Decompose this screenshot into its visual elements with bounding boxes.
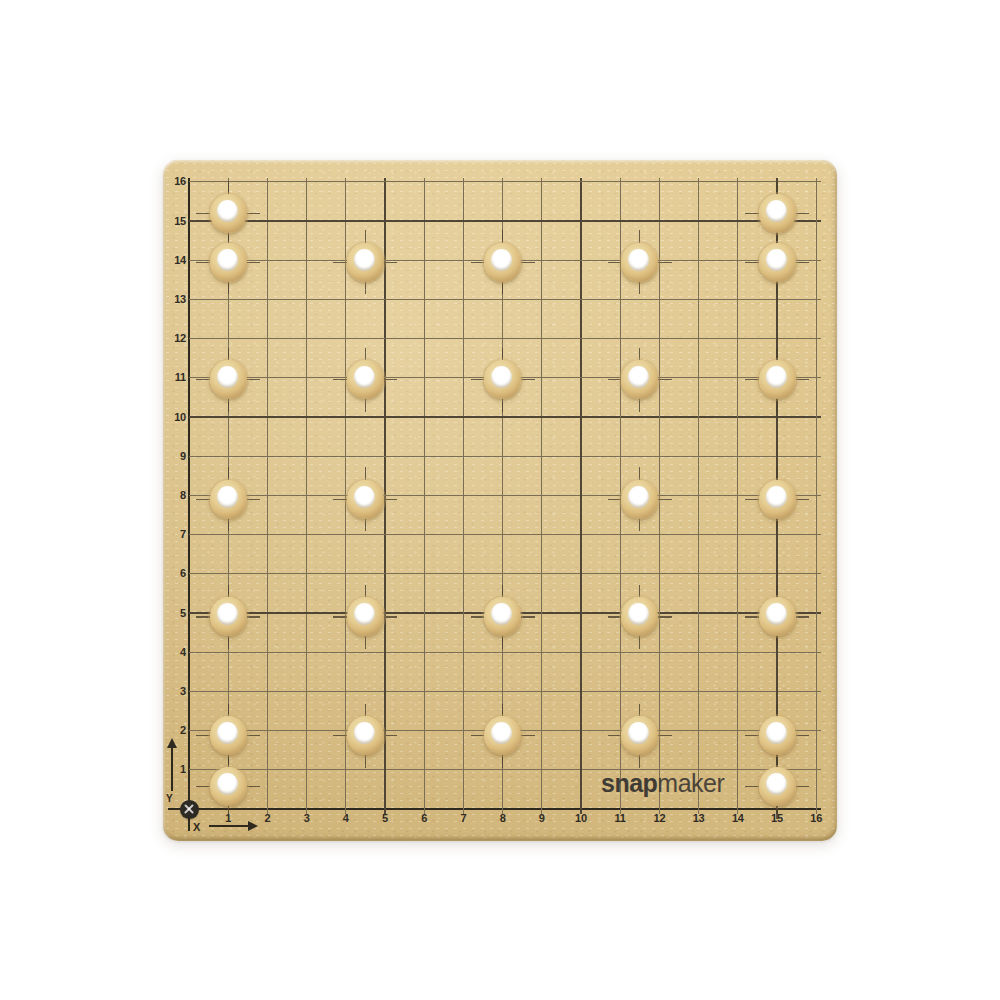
- mounting-hole-bore: [766, 722, 787, 744]
- mounting-hole-bore: [766, 249, 787, 271]
- mounting-hole-4: [347, 243, 384, 282]
- mounting-hole-20: [621, 597, 658, 636]
- mounting-hole-bore: [628, 486, 649, 508]
- mounting-hole-10: [484, 360, 521, 399]
- product-photo: 1234567891011121314151612345678910111213…: [0, 0, 1000, 1000]
- mounting-hole-26: [759, 716, 796, 755]
- mounting-hole-23: [347, 716, 384, 755]
- mounting-hole-bore: [766, 200, 787, 222]
- origin-marker-icon: [180, 800, 199, 819]
- mounting-hole-bore: [766, 486, 787, 508]
- mounting-hole-15: [621, 480, 658, 519]
- mounting-hole-bore: [354, 249, 375, 271]
- mounting-hole-27: [210, 767, 247, 806]
- mounting-hole-1: [210, 194, 247, 233]
- mounting-hole-bore: [217, 366, 238, 388]
- mounting-hole-11: [621, 360, 658, 399]
- mounting-hole-bore: [354, 722, 375, 744]
- y-axis-arrowhead-icon: [167, 738, 177, 748]
- mounting-hole-6: [621, 243, 658, 282]
- mounting-hole-bore: [491, 603, 512, 625]
- mounting-hole-16: [759, 480, 796, 519]
- y-axis-arrow-shaft: [171, 747, 173, 791]
- mounting-hole-17: [210, 597, 247, 636]
- mounting-hole-2: [759, 194, 796, 233]
- logo-bold-part: snap: [601, 769, 657, 797]
- mounting-hole-bore: [628, 722, 649, 744]
- mounting-hole-13: [210, 480, 247, 519]
- mounting-hole-8: [210, 360, 247, 399]
- x-axis-arrow-shaft: [209, 825, 249, 827]
- mounting-hole-25: [621, 716, 658, 755]
- mounting-hole-24: [484, 716, 521, 755]
- mounting-hole-bore: [628, 603, 649, 625]
- logo-light-part: maker: [657, 769, 724, 797]
- y-axis-letter: Y: [166, 793, 173, 804]
- mounting-hole-bore: [217, 603, 238, 625]
- mounting-hole-bore: [217, 773, 238, 795]
- mounting-hole-3: [210, 243, 247, 282]
- mounting-hole-bore: [217, 722, 238, 744]
- mounting-hole-bore: [491, 722, 512, 744]
- mounting-hole-9: [347, 360, 384, 399]
- mounting-hole-18: [347, 597, 384, 636]
- mounting-hole-bore: [217, 486, 238, 508]
- x-axis-arrowhead-icon: [248, 821, 258, 831]
- snapmaker-logo: snapmaker: [601, 770, 811, 797]
- mounting-hole-bore: [491, 249, 512, 271]
- mounting-hole-14: [347, 480, 384, 519]
- mounting-hole-19: [484, 597, 521, 636]
- mounting-hole-7: [759, 243, 796, 282]
- mounting-hole-21: [759, 597, 796, 636]
- mounting-holes: [163, 160, 837, 841]
- mounting-hole-bore: [354, 366, 375, 388]
- mounting-hole-bore: [628, 366, 649, 388]
- mounting-hole-bore: [354, 486, 375, 508]
- mounting-hole-bore: [766, 366, 787, 388]
- mounting-hole-bore: [217, 200, 238, 222]
- mounting-hole-bore: [354, 603, 375, 625]
- mounting-hole-bore: [217, 249, 238, 271]
- mounting-hole-22: [210, 716, 247, 755]
- mounting-hole-bore: [766, 603, 787, 625]
- x-axis-letter: X: [193, 821, 200, 833]
- mounting-hole-bore: [628, 249, 649, 271]
- wasteboard: 1234567891011121314151612345678910111213…: [163, 160, 837, 841]
- mounting-hole-bore: [491, 366, 512, 388]
- mounting-hole-12: [759, 360, 796, 399]
- mounting-hole-5: [484, 243, 521, 282]
